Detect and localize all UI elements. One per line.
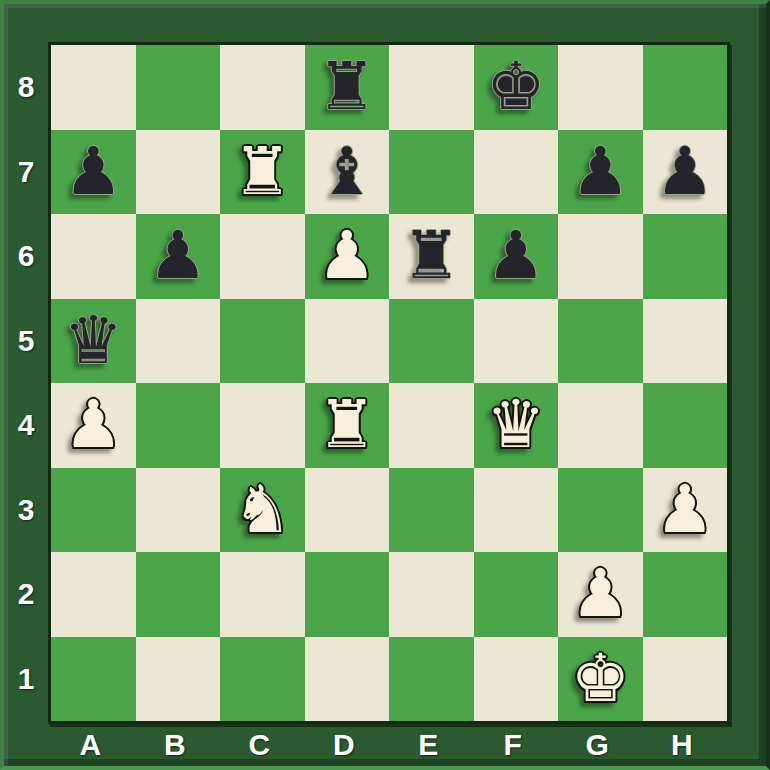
piece-white-rook-c7[interactable]: ♜	[233, 139, 292, 205]
piece-white-rook-d4[interactable]: ♜	[317, 392, 376, 458]
square-d5[interactable]	[305, 299, 390, 384]
piece-black-pawn-b6[interactable]: ♟	[148, 223, 207, 289]
file-label-d: D	[302, 725, 387, 765]
rank-label-3: 3	[4, 468, 48, 553]
square-b7[interactable]	[136, 130, 221, 215]
square-a4[interactable]: ♟	[51, 383, 136, 468]
square-e6[interactable]: ♜	[389, 214, 474, 299]
square-a5[interactable]: ♛	[51, 299, 136, 384]
square-g5[interactable]	[558, 299, 643, 384]
square-c7[interactable]: ♜	[220, 130, 305, 215]
square-b8[interactable]	[136, 45, 221, 130]
file-label-h: H	[640, 725, 725, 765]
piece-black-pawn-h7[interactable]: ♟	[655, 139, 714, 205]
square-g8[interactable]	[558, 45, 643, 130]
square-d3[interactable]	[305, 468, 390, 553]
rank-label-2: 2	[4, 552, 48, 637]
square-a1[interactable]	[51, 637, 136, 722]
chess-board: ♜♚♟♜♝♟♟♟♟♜♟♛♟♜♛♞♟♟♚	[48, 42, 730, 724]
square-a2[interactable]	[51, 552, 136, 637]
piece-white-pawn-a4[interactable]: ♟	[64, 392, 123, 458]
square-d2[interactable]	[305, 552, 390, 637]
rank-label-4: 4	[4, 383, 48, 468]
square-b4[interactable]	[136, 383, 221, 468]
square-e1[interactable]	[389, 637, 474, 722]
square-a6[interactable]	[51, 214, 136, 299]
square-h7[interactable]: ♟	[643, 130, 728, 215]
square-b6[interactable]: ♟	[136, 214, 221, 299]
square-h3[interactable]: ♟	[643, 468, 728, 553]
square-c6[interactable]	[220, 214, 305, 299]
square-g3[interactable]	[558, 468, 643, 553]
piece-white-queen-f4[interactable]: ♛	[486, 392, 545, 458]
square-c3[interactable]: ♞	[220, 468, 305, 553]
rank-labels: 87654321	[4, 45, 48, 721]
square-a3[interactable]	[51, 468, 136, 553]
square-a7[interactable]: ♟	[51, 130, 136, 215]
file-labels: ABCDEFGH	[48, 725, 724, 765]
square-h1[interactable]	[643, 637, 728, 722]
square-a8[interactable]	[51, 45, 136, 130]
file-label-g: G	[555, 725, 640, 765]
square-d8[interactable]: ♜	[305, 45, 390, 130]
piece-white-king-g1[interactable]: ♚	[571, 646, 630, 712]
piece-black-king-f8[interactable]: ♚	[486, 54, 545, 120]
square-c8[interactable]	[220, 45, 305, 130]
square-h2[interactable]	[643, 552, 728, 637]
square-d7[interactable]: ♝	[305, 130, 390, 215]
file-label-f: F	[471, 725, 556, 765]
piece-black-bishop-d7[interactable]: ♝	[317, 139, 376, 205]
square-e2[interactable]	[389, 552, 474, 637]
square-e3[interactable]	[389, 468, 474, 553]
board-frame: 87654321 ♜♚♟♜♝♟♟♟♟♜♟♛♟♜♛♞♟♟♚ ABCDEFGH	[0, 0, 770, 770]
square-b5[interactable]	[136, 299, 221, 384]
rank-label-1: 1	[4, 637, 48, 722]
square-h8[interactable]	[643, 45, 728, 130]
file-label-b: B	[133, 725, 218, 765]
rank-label-7: 7	[4, 130, 48, 215]
rank-label-5: 5	[4, 299, 48, 384]
file-label-a: A	[48, 725, 133, 765]
rank-label-8: 8	[4, 45, 48, 130]
file-label-c: C	[217, 725, 302, 765]
square-e7[interactable]	[389, 130, 474, 215]
square-h6[interactable]	[643, 214, 728, 299]
square-e8[interactable]	[389, 45, 474, 130]
piece-white-pawn-h3[interactable]: ♟	[655, 477, 714, 543]
square-c5[interactable]	[220, 299, 305, 384]
square-f6[interactable]: ♟	[474, 214, 559, 299]
piece-black-pawn-f6[interactable]: ♟	[486, 223, 545, 289]
square-b2[interactable]	[136, 552, 221, 637]
square-f7[interactable]	[474, 130, 559, 215]
rank-label-6: 6	[4, 214, 48, 299]
piece-black-pawn-g7[interactable]: ♟	[571, 139, 630, 205]
piece-black-pawn-a7[interactable]: ♟	[64, 139, 123, 205]
square-g7[interactable]: ♟	[558, 130, 643, 215]
square-c4[interactable]	[220, 383, 305, 468]
square-h5[interactable]	[643, 299, 728, 384]
square-e4[interactable]	[389, 383, 474, 468]
square-f8[interactable]: ♚	[474, 45, 559, 130]
square-g6[interactable]	[558, 214, 643, 299]
file-label-e: E	[386, 725, 471, 765]
square-h4[interactable]	[643, 383, 728, 468]
square-f2[interactable]	[474, 552, 559, 637]
square-c2[interactable]	[220, 552, 305, 637]
square-b3[interactable]	[136, 468, 221, 553]
square-c1[interactable]	[220, 637, 305, 722]
square-g4[interactable]	[558, 383, 643, 468]
square-f1[interactable]	[474, 637, 559, 722]
square-b1[interactable]	[136, 637, 221, 722]
square-f4[interactable]: ♛	[474, 383, 559, 468]
piece-white-knight-c3[interactable]: ♞	[233, 477, 292, 543]
square-d6[interactable]: ♟	[305, 214, 390, 299]
piece-black-queen-a5[interactable]: ♛	[64, 308, 123, 374]
piece-black-rook-d8[interactable]: ♜	[317, 54, 376, 120]
piece-black-rook-e6[interactable]: ♜	[402, 223, 461, 289]
square-g1[interactable]: ♚	[558, 637, 643, 722]
piece-white-pawn-g2[interactable]: ♟	[571, 561, 630, 627]
square-d4[interactable]: ♜	[305, 383, 390, 468]
square-f5[interactable]	[474, 299, 559, 384]
square-g2[interactable]: ♟	[558, 552, 643, 637]
square-f3[interactable]	[474, 468, 559, 553]
piece-white-pawn-d6[interactable]: ♟	[317, 223, 376, 289]
square-d1[interactable]	[305, 637, 390, 722]
square-e5[interactable]	[389, 299, 474, 384]
